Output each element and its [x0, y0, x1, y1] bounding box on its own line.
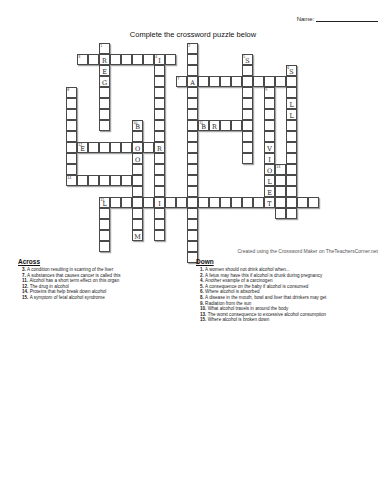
grid-cell-r3c19[interactable] [275, 76, 286, 87]
grid-cell-r11c11[interactable] [187, 164, 198, 175]
grid-cell-r14c10[interactable] [176, 197, 187, 208]
clue-item-text: Proteins that help break down alcohol [30, 289, 107, 294]
grid-cell-r8c0[interactable] [66, 131, 77, 142]
grid-cell-r3c8[interactable] [154, 76, 165, 87]
grid-cell-r10c16[interactable] [242, 153, 253, 164]
clue-item-number: 15. [22, 295, 30, 300]
grid-cell-r12c18[interactable]: L [264, 175, 275, 186]
down-clues: Down 1. A women should not drink alcohol… [178, 258, 386, 323]
clue-item-text: A consequence on the baby if alcohol is … [205, 284, 308, 289]
grid-cell-r14c4[interactable] [110, 197, 121, 208]
grid-cell-r16c6[interactable] [132, 219, 143, 230]
grid-cell-r4c16[interactable] [242, 87, 253, 98]
grid-cell-r8c20[interactable] [286, 131, 297, 142]
grid-cell-r7c6[interactable]: 10B [132, 120, 143, 131]
clue-item-text: A fetus may have this if alcohol is drun… [205, 273, 322, 278]
grid-cell-r14c19[interactable] [275, 197, 286, 208]
clue-number: 13 [276, 165, 280, 169]
clue-item-number: 12. [22, 284, 30, 289]
grid-cell-r1c3[interactable]: R [99, 54, 110, 65]
grid-cell-r7c3[interactable] [99, 120, 110, 131]
grid-cell-r18c11[interactable] [187, 241, 198, 252]
grid-cell-r12c1[interactable] [77, 175, 88, 186]
grid-cell-r13c6[interactable] [132, 186, 143, 197]
grid-cell-r14c6[interactable] [132, 197, 143, 208]
grid-cell-r7c18[interactable] [264, 120, 275, 131]
grid-cell-r14c8[interactable]: I [154, 197, 165, 208]
grid-cell-r17c6[interactable]: M [132, 230, 143, 241]
grid-cell-r1c6[interactable] [132, 54, 143, 65]
grid-cell-r9c3[interactable] [99, 142, 110, 153]
grid-cell-r14c14[interactable] [220, 197, 231, 208]
grid-cell-r5c3[interactable] [99, 98, 110, 109]
grid-cell-r7c13[interactable]: R [209, 120, 220, 131]
grid-cell-r11c8[interactable] [154, 164, 165, 175]
grid-cell-r14c17[interactable] [253, 197, 264, 208]
grid-cell-r3c20[interactable] [286, 76, 297, 87]
grid-cell-r4c20[interactable] [286, 87, 297, 98]
grid-cell-r7c12[interactable]: 11B [198, 120, 209, 131]
grid-cell-r8c6[interactable] [132, 131, 143, 142]
grid-cell-r1c5[interactable] [121, 54, 132, 65]
clue-item-text: A substances that causes cancer is calle… [27, 273, 120, 278]
grid-cell-r13c19[interactable] [275, 186, 286, 197]
grid-cell-r5c18[interactable] [264, 98, 275, 109]
clue-item-text: A women should not drink alcohol when... [205, 267, 290, 272]
grid-cell-r1c8[interactable]: 4I [154, 54, 165, 65]
grid-cell-r18c3[interactable] [99, 241, 110, 252]
grid-cell-r2c11[interactable] [187, 65, 198, 76]
grid-cell-r11c0[interactable] [66, 164, 77, 175]
grid-cell-r4c18[interactable]: 9 [264, 87, 275, 98]
grid-cell-r12c20[interactable] [286, 175, 297, 186]
grid-cell-r12c0[interactable]: 14 [66, 175, 77, 186]
grid-cell-r14c12[interactable] [198, 197, 209, 208]
grid-cell-r9c11[interactable] [187, 142, 198, 153]
grid-cell-r10c0[interactable] [66, 153, 77, 164]
grid-cell-r8c11[interactable] [187, 131, 198, 142]
grid-cell-r12c4[interactable] [110, 175, 121, 186]
grid-cell-r3c17[interactable] [253, 76, 264, 87]
clue-number: 14 [67, 176, 71, 180]
clue-number: 9 [265, 88, 267, 92]
clue-section: Across 3. A condition resulting in scarr… [0, 258, 386, 323]
clue-item-text: A condition resulting in scarring of the… [27, 267, 113, 272]
grid-cell-r6c11[interactable] [187, 109, 198, 120]
grid-cell-r1c1[interactable]: 3 [77, 54, 88, 65]
grid-cell-r16c11[interactable] [187, 219, 198, 230]
grid-cell-r13c8[interactable] [154, 186, 165, 197]
grid-cell-r14c9[interactable] [165, 197, 176, 208]
clue-item-number: 10. [200, 306, 208, 311]
grid-cell-r1c9[interactable] [165, 54, 176, 65]
across-clue-list: 3. A condition resulting in scarring of … [18, 267, 178, 301]
grid-cell-r5c8[interactable] [154, 98, 165, 109]
grid-cell-r3c3[interactable]: G [99, 76, 110, 87]
grid-cell-r8c18[interactable] [264, 131, 275, 142]
grid-cell-r9c4[interactable] [110, 142, 121, 153]
clue-item-text: Alcohol has a short term effect on this … [29, 278, 119, 283]
grid-cell-r15c20[interactable] [286, 208, 297, 219]
grid-cell-r7c0[interactable] [66, 120, 77, 131]
grid-cell-r10c8[interactable] [154, 153, 165, 164]
grid-cell-r5c16[interactable] [242, 98, 253, 109]
grid-cell-r15c3[interactable] [99, 208, 110, 219]
grid-cell-r2c3[interactable]: E [99, 65, 110, 76]
clue-item-text: The drug in alcohol [30, 284, 69, 289]
grid-cell-r14c21[interactable] [297, 197, 308, 208]
grid-cell-r12c8[interactable] [154, 175, 165, 186]
hint-letter: B [199, 123, 208, 132]
grid-cell-r6c18[interactable] [264, 109, 275, 120]
grid-cell-r7c14[interactable] [220, 120, 231, 131]
hint-letter: T [265, 200, 274, 209]
grid-cell-r4c3[interactable] [99, 87, 110, 98]
grid-cell-r12c3[interactable] [99, 175, 110, 186]
grid-cell-r7c8[interactable] [154, 120, 165, 131]
grid-cell-r4c0[interactable]: 8 [66, 87, 77, 98]
grid-cell-r14c11[interactable] [187, 197, 198, 208]
clue-item-number: 15. [200, 317, 208, 322]
grid-cell-r14c20[interactable] [286, 197, 297, 208]
grid-cell-r6c0[interactable] [66, 109, 77, 120]
grid-cell-r1c11[interactable] [187, 54, 198, 65]
grid-cell-r9c18[interactable]: V [264, 142, 275, 153]
grid-cell-r14c7[interactable] [143, 197, 154, 208]
grid-cell-r15c11[interactable] [187, 208, 198, 219]
clue-item-text: What alcohol travels in around the body [208, 306, 289, 311]
grid-cell-r3c18[interactable] [264, 76, 275, 87]
clue-item-number: 14. [22, 289, 30, 294]
clue-item: 15. A symptom of fetal alcohol syndrome [18, 295, 178, 301]
clue-item-text: Where alcohol is absorbed [205, 289, 259, 294]
grid-cell-r12c19[interactable] [275, 175, 286, 186]
grid-cell-r3c12[interactable] [198, 76, 209, 87]
grid-cell-r14c18[interactable]: T [264, 197, 275, 208]
grid-cell-r7c11[interactable] [187, 120, 198, 131]
credit-line: Created using the Crossword Maker on The… [237, 248, 378, 254]
clue-item-number: 13. [200, 312, 208, 317]
grid-cell-r11c19[interactable]: 13 [275, 164, 286, 175]
clue-number: 3 [78, 55, 80, 59]
grid-cell-r7c20[interactable] [286, 120, 297, 131]
clue-number: 8 [67, 88, 69, 92]
grid-cell-r13c18[interactable]: E [264, 186, 275, 197]
grid-cell-r9c2[interactable] [88, 142, 99, 153]
grid-cell-r3c15[interactable] [231, 76, 242, 87]
grid-cell-r12c6[interactable] [132, 175, 143, 186]
hint-letter: M [133, 233, 142, 242]
grid-cell-r8c8[interactable] [154, 131, 165, 142]
grid-cell-r9c16[interactable] [242, 142, 253, 153]
grid-cell-r10c6[interactable]: O [132, 153, 143, 164]
hint-letter: R [210, 123, 219, 132]
clue-item-text: Radiation from the sun [205, 301, 251, 306]
grid-cell-r11c20[interactable] [286, 164, 297, 175]
grid-cell-r13c20[interactable] [286, 186, 297, 197]
grid-cell-r9c6[interactable]: O [132, 142, 143, 153]
grid-cell-r15c6[interactable] [132, 208, 143, 219]
clue-number: 1 [100, 44, 102, 48]
grid-cell-r6c20[interactable]: L [286, 109, 297, 120]
grid-cell-r12c11[interactable] [187, 175, 198, 186]
grid-cell-r14c13[interactable] [209, 197, 220, 208]
grid-cell-r12c2[interactable] [88, 175, 99, 186]
grid-cell-r0c3[interactable]: 1 [99, 43, 110, 54]
clue-item-text: The worst consequence to excessive alcoh… [208, 312, 326, 317]
grid-cell-r9c5[interactable] [121, 142, 132, 153]
grid-cell-r4c11[interactable] [187, 87, 198, 98]
clue-item-text: A symptom of fetal alcohol syndrome [30, 295, 105, 300]
grid-cell-r17c3[interactable] [99, 230, 110, 241]
grid-cell-r9c20[interactable] [286, 142, 297, 153]
grid-cell-r6c8[interactable] [154, 109, 165, 120]
grid-cell-r3c16[interactable] [242, 76, 253, 87]
grid-cell-r11c6[interactable] [132, 164, 143, 175]
grid-cell-r3c13[interactable] [209, 76, 220, 87]
down-clue-list: 1. A women should not drink alcohol when… [196, 267, 386, 323]
crossword-grid: 123R4I5SE6SG7A89LL10B11BR12EORVOIO1314LE… [0, 0, 386, 280]
clue-item-text: Another example of a carcinogen [205, 278, 272, 283]
grid-cell-r3c10[interactable]: 7 [176, 76, 187, 87]
grid-cell-r9c0[interactable] [66, 142, 77, 153]
grid-cell-r1c16[interactable]: 5S [242, 54, 253, 65]
grid-cell-r9c8[interactable]: R [154, 142, 165, 153]
grid-cell-r12c5[interactable] [121, 175, 132, 186]
clue-number: 7 [177, 77, 179, 81]
grid-cell-r2c16[interactable] [242, 65, 253, 76]
clue-item-text: A disease in the mouth, bowl and liver t… [205, 295, 326, 300]
clue-number: 2 [188, 44, 190, 48]
grid-cell-r14c3[interactable]: 15L [99, 197, 110, 208]
grid-cell-r6c3[interactable] [99, 109, 110, 120]
grid-cell-r6c16[interactable] [242, 109, 253, 120]
grid-cell-r10c20[interactable] [286, 153, 297, 164]
grid-cell-r17c8[interactable] [154, 230, 165, 241]
grid-cell-r5c0[interactable] [66, 98, 77, 109]
grid-cell-r1c4[interactable] [110, 54, 121, 65]
grid-cell-r16c3[interactable] [99, 219, 110, 230]
across-clues: Across 3. A condition resulting in scarr… [0, 258, 178, 323]
grid-cell-r14c15[interactable] [231, 197, 242, 208]
grid-cell-r3c11[interactable]: A [187, 76, 198, 87]
grid-cell-r2c20[interactable]: 6S [286, 65, 297, 76]
hint-letter: E [78, 145, 87, 154]
grid-cell-r5c20[interactable]: L [286, 98, 297, 109]
grid-cell-r2c8[interactable] [154, 65, 165, 76]
grid-cell-r17c11[interactable] [187, 230, 198, 241]
grid-cell-r14c5[interactable] [121, 197, 132, 208]
grid-cell-r10c18[interactable]: I [264, 153, 275, 164]
grid-cell-r8c16[interactable] [242, 131, 253, 142]
grid-cell-r9c1[interactable]: 12E [77, 142, 88, 153]
grid-cell-r14c22[interactable] [308, 197, 319, 208]
grid-cell-r10c11[interactable] [187, 153, 198, 164]
grid-cell-r13c11[interactable] [187, 186, 198, 197]
grid-cell-r4c8[interactable] [154, 87, 165, 98]
grid-cell-r3c14[interactable] [220, 76, 231, 87]
grid-cell-r15c8[interactable] [154, 208, 165, 219]
grid-cell-r1c2[interactable] [88, 54, 99, 65]
grid-cell-r5c11[interactable] [187, 98, 198, 109]
clue-item-text: Where alcohol is broken down [208, 317, 270, 322]
grid-cell-r0c11[interactable]: 2 [187, 43, 198, 54]
grid-cell-r15c19[interactable] [275, 208, 286, 219]
grid-cell-r16c8[interactable] [154, 219, 165, 230]
grid-cell-r11c18[interactable]: O [264, 164, 275, 175]
grid-cell-r7c15[interactable] [231, 120, 242, 131]
clue-item: 15. Where alcohol is broken down [196, 317, 386, 323]
across-header: Across [18, 258, 178, 265]
down-header: Down [196, 258, 386, 265]
grid-cell-r7c16[interactable] [242, 120, 253, 131]
grid-cell-r1c7[interactable] [143, 54, 154, 65]
grid-cell-r9c7[interactable] [143, 142, 154, 153]
grid-cell-r14c16[interactable] [242, 197, 253, 208]
